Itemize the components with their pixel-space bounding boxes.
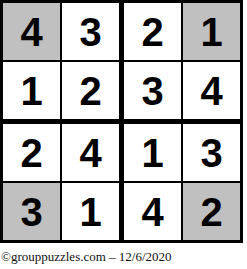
cell-r4c2: 1 [62, 183, 119, 240]
cell-r1c2: 3 [62, 3, 119, 60]
cell-r1c1: 4 [3, 3, 60, 60]
cell-r2c3: 3 [124, 62, 181, 119]
cell-r2c4: 4 [183, 62, 240, 119]
cell-r1c4: 1 [183, 3, 240, 60]
cell-r2c2: 2 [62, 62, 119, 119]
cell-r4c3: 4 [124, 183, 181, 240]
cell-r2c1: 1 [3, 62, 60, 119]
cell-r3c2: 4 [62, 124, 119, 181]
cell-r4c1: 3 [3, 183, 60, 240]
copyright-footer: ©grouppuzzles.com – 12/6/2020 [1, 249, 247, 265]
cell-r1c3: 2 [124, 3, 181, 60]
cell-r4c4: 2 [183, 183, 240, 240]
cell-r3c4: 3 [183, 124, 240, 181]
sudoku-board: 4321123424133142 [0, 0, 243, 243]
cell-r3c1: 2 [3, 124, 60, 181]
cell-r3c3: 1 [124, 124, 181, 181]
